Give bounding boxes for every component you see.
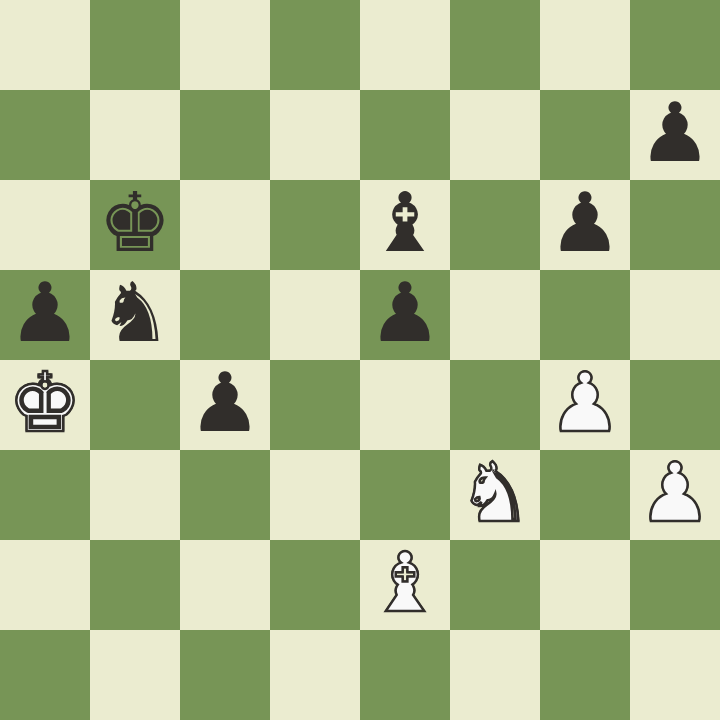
square-f8[interactable]	[450, 0, 540, 90]
black-pawn[interactable]: ♟	[8, 268, 82, 358]
square-h8[interactable]	[630, 0, 720, 90]
square-e5[interactable]: ♟	[360, 270, 450, 360]
white-bishop[interactable]: ♝	[368, 538, 442, 628]
square-d5[interactable]	[270, 270, 360, 360]
square-d8[interactable]	[270, 0, 360, 90]
square-h7[interactable]: ♟	[630, 90, 720, 180]
square-d2[interactable]	[270, 540, 360, 630]
square-c8[interactable]	[180, 0, 270, 90]
square-h6[interactable]	[630, 180, 720, 270]
white-pawn[interactable]: ♟	[638, 448, 712, 538]
square-g2[interactable]	[540, 540, 630, 630]
square-e8[interactable]	[360, 0, 450, 90]
square-c7[interactable]	[180, 90, 270, 180]
square-b3[interactable]	[90, 450, 180, 540]
black-king[interactable]: ♚	[98, 178, 172, 268]
square-c6[interactable]	[180, 180, 270, 270]
square-b4[interactable]	[90, 360, 180, 450]
square-h5[interactable]	[630, 270, 720, 360]
square-d1[interactable]	[270, 630, 360, 720]
black-knight[interactable]: ♞	[98, 268, 172, 358]
square-g1[interactable]	[540, 630, 630, 720]
white-knight[interactable]: ♞	[458, 448, 532, 538]
black-pawn[interactable]: ♟	[368, 268, 442, 358]
square-e3[interactable]	[360, 450, 450, 540]
black-pawn[interactable]: ♟	[638, 88, 712, 178]
square-c1[interactable]	[180, 630, 270, 720]
square-f5[interactable]	[450, 270, 540, 360]
white-king[interactable]: ♚	[8, 358, 82, 448]
square-g8[interactable]	[540, 0, 630, 90]
square-f7[interactable]	[450, 90, 540, 180]
square-c3[interactable]	[180, 450, 270, 540]
square-h3[interactable]: ♟	[630, 450, 720, 540]
square-g3[interactable]	[540, 450, 630, 540]
square-d7[interactable]	[270, 90, 360, 180]
square-b6[interactable]: ♚	[90, 180, 180, 270]
black-pawn[interactable]: ♟	[548, 178, 622, 268]
square-a3[interactable]	[0, 450, 90, 540]
white-pawn[interactable]: ♟	[548, 358, 622, 448]
square-d4[interactable]	[270, 360, 360, 450]
square-e4[interactable]	[360, 360, 450, 450]
square-e2[interactable]: ♝	[360, 540, 450, 630]
square-e1[interactable]	[360, 630, 450, 720]
square-a5[interactable]: ♟	[0, 270, 90, 360]
square-f1[interactable]	[450, 630, 540, 720]
square-f4[interactable]	[450, 360, 540, 450]
square-c4[interactable]: ♟	[180, 360, 270, 450]
square-b8[interactable]	[90, 0, 180, 90]
square-g7[interactable]	[540, 90, 630, 180]
square-g4[interactable]: ♟	[540, 360, 630, 450]
square-a2[interactable]	[0, 540, 90, 630]
square-e6[interactable]: ♝	[360, 180, 450, 270]
square-h4[interactable]	[630, 360, 720, 450]
square-a7[interactable]	[0, 90, 90, 180]
square-b5[interactable]: ♞	[90, 270, 180, 360]
square-g5[interactable]	[540, 270, 630, 360]
square-b1[interactable]	[90, 630, 180, 720]
square-f6[interactable]	[450, 180, 540, 270]
chess-board: ♟♚♝♟♟♞♟♚♟♟♞♟♝	[0, 0, 720, 720]
square-h1[interactable]	[630, 630, 720, 720]
square-c5[interactable]	[180, 270, 270, 360]
square-b7[interactable]	[90, 90, 180, 180]
square-d3[interactable]	[270, 450, 360, 540]
square-a4[interactable]: ♚	[0, 360, 90, 450]
square-a8[interactable]	[0, 0, 90, 90]
black-bishop[interactable]: ♝	[368, 178, 442, 268]
square-f3[interactable]: ♞	[450, 450, 540, 540]
black-pawn[interactable]: ♟	[188, 358, 262, 448]
square-b2[interactable]	[90, 540, 180, 630]
square-a1[interactable]	[0, 630, 90, 720]
square-a6[interactable]	[0, 180, 90, 270]
square-f2[interactable]	[450, 540, 540, 630]
square-e7[interactable]	[360, 90, 450, 180]
square-h2[interactable]	[630, 540, 720, 630]
square-d6[interactable]	[270, 180, 360, 270]
square-c2[interactable]	[180, 540, 270, 630]
square-g6[interactable]: ♟	[540, 180, 630, 270]
